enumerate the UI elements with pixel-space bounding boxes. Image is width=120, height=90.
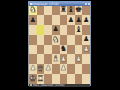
black-pawn-g7[interactable]: ♟ [75,15,83,25]
square-b5[interactable] [37,35,45,45]
player-bar: Max_Deander (2306) 11:06 [29,84,90,88]
black-rook-e8[interactable]: ♜ [60,6,68,16]
window-buttons [85,3,90,5]
square-b4[interactable] [37,45,45,55]
black-pawn-a7[interactable]: ♟ [29,15,37,25]
square-g8[interactable]: ♚ [75,6,83,16]
square-h2[interactable] [82,64,90,74]
square-g5[interactable] [75,35,83,45]
square-h1[interactable] [82,74,90,84]
square-f4[interactable] [67,45,75,55]
black-pawn-h5[interactable]: ♟ [82,35,90,45]
black-bishop-g6[interactable]: ♝ [75,25,83,35]
square-g2[interactable] [75,64,83,74]
square-h7[interactable]: ♟ [82,15,90,25]
square-e8[interactable]: ♜ [60,6,68,16]
square-a8[interactable]: ♞ [29,6,37,16]
white-pawn-a2[interactable]: ♟ [29,64,37,74]
square-g3[interactable]: ♟ [75,54,83,64]
square-g4[interactable] [75,45,83,55]
square-d6[interactable]: ♟ [52,25,60,35]
square-f3[interactable] [67,54,75,64]
player-status-icon [30,84,32,86]
white-pawn-h4[interactable]: ♟ [82,45,90,55]
square-f1[interactable] [67,74,75,84]
white-knight-d5[interactable]: ♞ [52,35,60,45]
square-f5[interactable] [67,35,75,45]
square-d2[interactable] [52,64,60,74]
square-a3[interactable] [29,54,37,64]
square-e6[interactable] [60,25,68,35]
black-knight-e4[interactable]: ♞ [60,45,68,55]
white-pawn-c2[interactable]: ♟ [44,64,52,74]
square-e3[interactable]: ♟ [60,54,68,64]
square-b1[interactable]: ♜ [37,74,45,84]
white-knight-a8[interactable]: ♞ [29,6,37,16]
square-c4[interactable] [44,45,52,55]
square-c8[interactable] [44,6,52,16]
chess-app-window: blitzplayer (2519) ♞♜♝♚♟♟♟♟♟♝♞♟♞♟♝♟♟♟♛♟♟… [28,1,91,86]
square-d8[interactable] [52,6,60,16]
square-b3[interactable] [37,54,45,64]
square-b2[interactable]: ♛ [37,64,45,74]
black-king-g8[interactable]: ♚ [75,6,83,16]
square-b7[interactable] [37,15,45,25]
square-a6[interactable] [29,25,37,35]
square-a2[interactable]: ♟ [29,64,37,74]
square-c1[interactable] [44,74,52,84]
square-c6[interactable] [44,25,52,35]
square-a1[interactable]: ♚ [29,74,37,84]
black-bishop-f8[interactable]: ♝ [67,6,75,16]
square-g1[interactable] [75,74,83,84]
white-pawn-e2[interactable]: ♟ [60,64,68,74]
square-c5[interactable] [44,35,52,45]
square-e4[interactable]: ♞ [60,45,68,55]
square-d7[interactable] [52,15,60,25]
square-c7[interactable] [44,15,52,25]
black-pawn-h7[interactable]: ♟ [82,15,90,25]
square-h4[interactable]: ♟ [82,45,90,55]
square-d5[interactable]: ♞ [52,35,60,45]
square-c2[interactable]: ♟ [44,64,52,74]
square-f8[interactable]: ♝ [67,6,75,16]
white-pawn-e3[interactable]: ♟ [60,54,68,64]
square-f6[interactable] [67,25,75,35]
square-c3[interactable] [44,54,52,64]
letterbox-background: blitzplayer (2519) ♞♜♝♚♟♟♟♟♟♝♞♟♞♟♝♟♟♟♛♟♟… [0,0,120,90]
black-pawn-d6[interactable]: ♟ [52,25,60,35]
square-b8[interactable] [37,6,45,16]
square-a7[interactable]: ♟ [29,15,37,25]
square-d1[interactable] [52,74,60,84]
player-name: Max_Deander (2306) [33,84,65,87]
square-d3[interactable]: ♝ [52,54,60,64]
square-h8[interactable] [82,6,90,16]
white-pawn-g3[interactable]: ♟ [75,54,83,64]
square-e7[interactable] [60,15,68,25]
square-g7[interactable]: ♟ [75,15,83,25]
square-g6[interactable]: ♝ [75,25,83,35]
black-pawn-f7[interactable]: ♟ [67,15,75,25]
square-h5[interactable]: ♟ [82,35,90,45]
white-bishop-d3[interactable]: ♝ [52,54,60,64]
square-f7[interactable]: ♟ [67,15,75,25]
white-rook-b1[interactable]: ♜ [37,74,45,84]
square-f2[interactable] [67,64,75,74]
square-a4[interactable] [29,45,37,55]
square-a5[interactable] [29,35,37,45]
square-h3[interactable] [82,54,90,64]
white-queen-b2[interactable]: ♛ [37,64,45,74]
square-b6[interactable] [37,25,45,35]
square-e5[interactable] [60,35,68,45]
square-e1[interactable] [60,74,68,84]
square-h6[interactable] [82,25,90,35]
white-king-a1[interactable]: ♚ [29,74,37,84]
square-d4[interactable] [52,45,60,55]
square-e2[interactable]: ♟ [60,64,68,74]
chess-board[interactable]: ♞♜♝♚♟♟♟♟♟♝♞♟♞♟♝♟♟♟♛♟♟♚♜ [29,6,90,84]
